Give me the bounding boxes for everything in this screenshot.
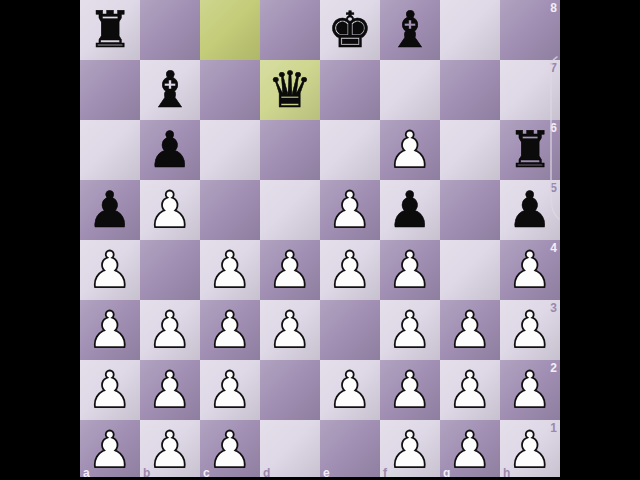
rank-label-7: 7 (550, 61, 557, 75)
square-g4[interactable] (440, 240, 500, 300)
square-a2[interactable]: ♟ (80, 360, 140, 420)
square-e2[interactable]: ♟ (320, 360, 380, 420)
square-a3[interactable]: ♟ (80, 300, 140, 360)
square-a1[interactable]: ♟a (80, 420, 140, 480)
square-c4[interactable]: ♟ (200, 240, 260, 300)
square-c8[interactable] (200, 0, 260, 60)
square-d6[interactable] (260, 120, 320, 180)
square-h6[interactable]: ♜6 (500, 120, 560, 180)
square-e4[interactable]: ♟ (320, 240, 380, 300)
white-pawn[interactable]: ♟ (380, 120, 440, 180)
square-d1[interactable]: d (260, 420, 320, 480)
square-d2[interactable] (260, 360, 320, 420)
rank-label-8: 8 (550, 1, 557, 15)
square-c5[interactable] (200, 180, 260, 240)
white-pawn[interactable]: ♟ (80, 300, 140, 360)
black-pawn[interactable]: ♟ (380, 180, 440, 240)
square-f5[interactable]: ♟ (380, 180, 440, 240)
square-c7[interactable] (200, 60, 260, 120)
square-f3[interactable]: ♟ (380, 300, 440, 360)
square-e1[interactable]: e (320, 420, 380, 480)
square-f6[interactable]: ♟ (380, 120, 440, 180)
square-f8[interactable]: ♝ (380, 0, 440, 60)
square-e8[interactable]: ♚ (320, 0, 380, 60)
square-d3[interactable]: ♟ (260, 300, 320, 360)
black-rook[interactable]: ♜ (500, 120, 560, 180)
black-rook[interactable]: ♜ (80, 0, 140, 60)
square-d4[interactable]: ♟ (260, 240, 320, 300)
square-b6[interactable]: ♟ (140, 120, 200, 180)
square-h7[interactable]: 7 (500, 60, 560, 120)
square-g3[interactable]: ♟ (440, 300, 500, 360)
square-a5[interactable]: ♟ (80, 180, 140, 240)
square-f2[interactable]: ♟ (380, 360, 440, 420)
square-d8[interactable] (260, 0, 320, 60)
white-pawn[interactable]: ♟ (200, 300, 260, 360)
square-h1[interactable]: ♟1h (500, 420, 560, 480)
white-pawn[interactable]: ♟ (80, 240, 140, 300)
square-e5[interactable]: ♟ (320, 180, 380, 240)
letterbox-left (0, 0, 80, 480)
white-pawn[interactable]: ♟ (380, 300, 440, 360)
white-pawn[interactable]: ♟ (80, 420, 140, 480)
white-pawn[interactable]: ♟ (80, 360, 140, 420)
square-e3[interactable] (320, 300, 380, 360)
white-pawn[interactable]: ♟ (500, 240, 560, 300)
square-g2[interactable]: ♟ (440, 360, 500, 420)
square-g5[interactable] (440, 180, 500, 240)
white-pawn[interactable]: ♟ (260, 240, 320, 300)
white-pawn[interactable]: ♟ (140, 420, 200, 480)
white-pawn[interactable]: ♟ (500, 360, 560, 420)
square-f4[interactable]: ♟ (380, 240, 440, 300)
square-a6[interactable] (80, 120, 140, 180)
white-pawn[interactable]: ♟ (320, 240, 380, 300)
black-bishop[interactable]: ♝ (380, 0, 440, 60)
video-frame: ♜♚♝8♝♛7♟♟♜6♟♟♟♟♟5♟♟♟♟♟♟4♟♟♟♟♟♟♟3♟♟♟♟♟♟♟2… (0, 0, 640, 480)
letterbox-right (560, 0, 640, 480)
square-a8[interactable]: ♜ (80, 0, 140, 60)
square-c3[interactable]: ♟ (200, 300, 260, 360)
white-pawn[interactable]: ♟ (140, 300, 200, 360)
square-e7[interactable] (320, 60, 380, 120)
square-a4[interactable]: ♟ (80, 240, 140, 300)
square-b8[interactable] (140, 0, 200, 60)
square-b7[interactable]: ♝ (140, 60, 200, 120)
white-pawn[interactable]: ♟ (200, 240, 260, 300)
white-pawn[interactable]: ♟ (260, 300, 320, 360)
square-h4[interactable]: ♟4 (500, 240, 560, 300)
square-h2[interactable]: ♟2 (500, 360, 560, 420)
square-b2[interactable]: ♟ (140, 360, 200, 420)
square-d7[interactable]: ♛ (260, 60, 320, 120)
white-pawn[interactable]: ♟ (140, 180, 200, 240)
black-pawn[interactable]: ♟ (140, 120, 200, 180)
square-f7[interactable] (380, 60, 440, 120)
white-pawn[interactable]: ♟ (380, 240, 440, 300)
white-pawn[interactable]: ♟ (380, 360, 440, 420)
square-c2[interactable]: ♟ (200, 360, 260, 420)
white-pawn[interactable]: ♟ (380, 420, 440, 480)
square-h3[interactable]: ♟3 (500, 300, 560, 360)
square-d5[interactable] (260, 180, 320, 240)
square-g8[interactable] (440, 0, 500, 60)
square-c6[interactable] (200, 120, 260, 180)
square-h5[interactable]: ♟5 (500, 180, 560, 240)
white-pawn[interactable]: ♟ (320, 360, 380, 420)
white-pawn[interactable]: ♟ (320, 180, 380, 240)
black-pawn[interactable]: ♟ (500, 180, 560, 240)
white-pawn[interactable]: ♟ (140, 360, 200, 420)
white-pawn[interactable]: ♟ (440, 360, 500, 420)
square-e6[interactable] (320, 120, 380, 180)
black-king[interactable]: ♚ (320, 0, 380, 60)
square-b4[interactable] (140, 240, 200, 300)
square-c1[interactable]: ♟c (200, 420, 260, 480)
square-g6[interactable] (440, 120, 500, 180)
square-b1[interactable]: ♟b (140, 420, 200, 480)
white-pawn[interactable]: ♟ (200, 420, 260, 480)
white-pawn[interactable]: ♟ (500, 420, 560, 480)
white-pawn[interactable]: ♟ (200, 360, 260, 420)
square-g1[interactable]: ♟g (440, 420, 500, 480)
square-b3[interactable]: ♟ (140, 300, 200, 360)
chess-board: ♜♚♝8♝♛7♟♟♜6♟♟♟♟♟5♟♟♟♟♟♟4♟♟♟♟♟♟♟3♟♟♟♟♟♟♟2… (80, 0, 560, 480)
square-a7[interactable] (80, 60, 140, 120)
white-pawn[interactable]: ♟ (440, 420, 500, 480)
black-pawn[interactable]: ♟ (80, 180, 140, 240)
white-pawn[interactable]: ♟ (500, 300, 560, 360)
black-queen[interactable]: ♛ (260, 60, 320, 120)
square-h8[interactable]: 8 (500, 0, 560, 60)
white-pawn[interactable]: ♟ (440, 300, 500, 360)
square-b5[interactable]: ♟ (140, 180, 200, 240)
square-g7[interactable] (440, 60, 500, 120)
black-bishop[interactable]: ♝ (140, 60, 200, 120)
square-f1[interactable]: ♟f (380, 420, 440, 480)
